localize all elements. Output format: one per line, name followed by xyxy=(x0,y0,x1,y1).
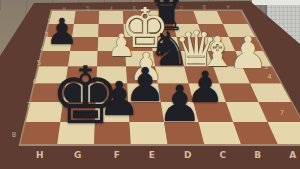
piece-black-king-g7[interactable]: ♚ xyxy=(50,56,121,135)
piece-black-pawn-h3-h3[interactable]: ♟ xyxy=(46,14,78,50)
piece-white-pawn-a4-a4[interactable]: ♟ xyxy=(228,31,267,75)
piece-black-pawn-d7-d7[interactable]: ♟ xyxy=(158,79,203,129)
photo-stage: HGFEDCBA2345678234567HGFEDCBA ♜♚♟♟♞♛♝♟♟♟… xyxy=(0,0,300,169)
